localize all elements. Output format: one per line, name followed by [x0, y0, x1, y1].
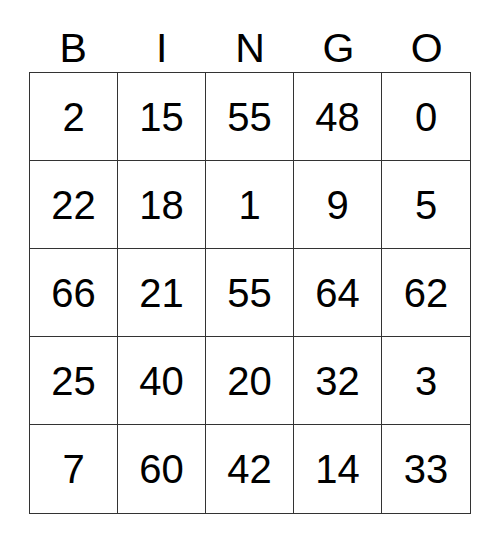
bingo-header-row: BINGO	[29, 0, 471, 72]
bingo-cell[interactable]: 33	[382, 425, 470, 513]
bingo-cell[interactable]: 7	[30, 425, 118, 513]
bingo-cell[interactable]: 20	[206, 337, 294, 425]
bingo-cell[interactable]: 32	[294, 337, 382, 425]
bingo-cell[interactable]: 14	[294, 425, 382, 513]
bingo-cell[interactable]: 9	[294, 161, 382, 249]
bingo-cell[interactable]: 0	[382, 73, 470, 161]
bingo-cell[interactable]: 15	[118, 73, 206, 161]
bingo-cell[interactable]: 22	[30, 161, 118, 249]
bingo-cell[interactable]: 55	[206, 73, 294, 161]
bingo-cell[interactable]: 21	[118, 249, 206, 337]
bingo-card: BINGO 2155548022181956621556462254020323…	[29, 0, 471, 514]
bingo-cell[interactable]: 66	[30, 249, 118, 337]
bingo-grid: 2155548022181956621556462254020323760421…	[29, 72, 471, 514]
header-letter-g: G	[322, 28, 354, 69]
bingo-cell[interactable]: 55	[206, 249, 294, 337]
bingo-cell[interactable]: 18	[118, 161, 206, 249]
header-letter-n: N	[235, 28, 265, 69]
header-letter-b: B	[60, 28, 87, 69]
bingo-cell[interactable]: 5	[382, 161, 470, 249]
bingo-cell[interactable]: 3	[382, 337, 470, 425]
header-letter-o: O	[411, 28, 443, 69]
bingo-cell[interactable]: 60	[118, 425, 206, 513]
bingo-cell[interactable]: 42	[206, 425, 294, 513]
bingo-cell[interactable]: 2	[30, 73, 118, 161]
header-letter-i: I	[156, 28, 167, 69]
bingo-cell[interactable]: 64	[294, 249, 382, 337]
bingo-cell[interactable]: 62	[382, 249, 470, 337]
bingo-cell[interactable]: 48	[294, 73, 382, 161]
bingo-cell[interactable]: 40	[118, 337, 206, 425]
bingo-cell[interactable]: 1	[206, 161, 294, 249]
bingo-cell[interactable]: 25	[30, 337, 118, 425]
